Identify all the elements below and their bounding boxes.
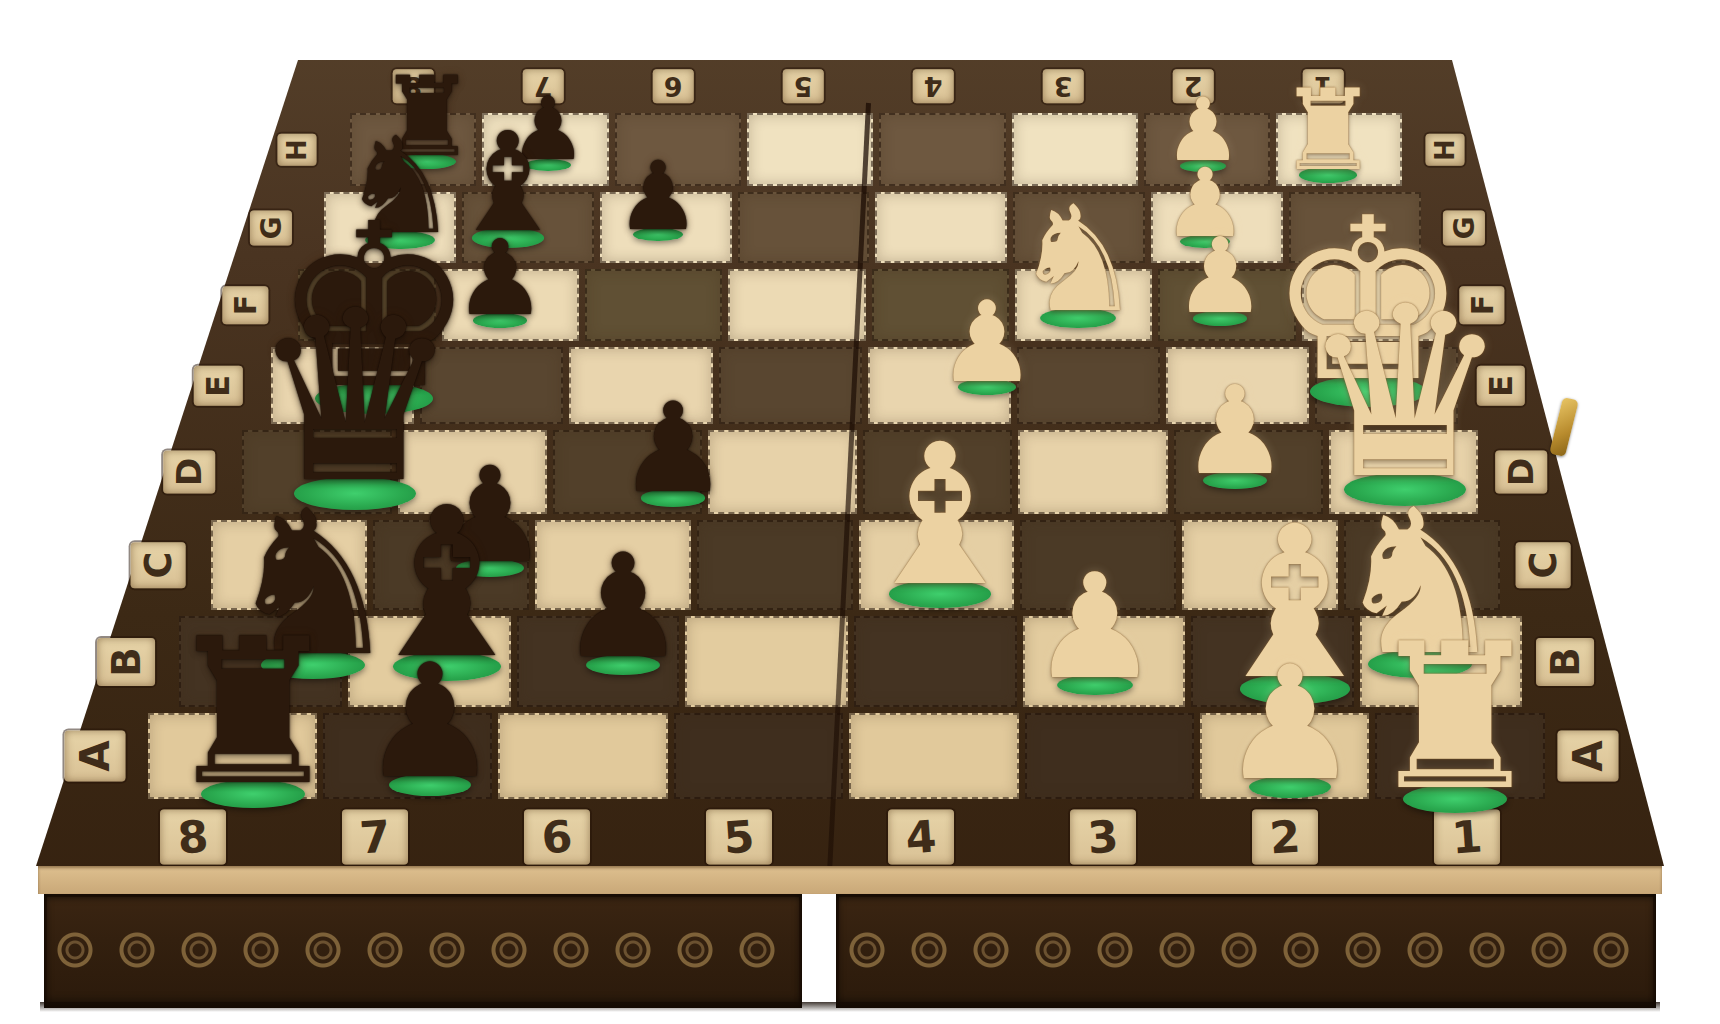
label-left-b: B xyxy=(104,647,149,676)
piece-white-pawn-e4[interactable]: ♟ xyxy=(931,286,1043,398)
label-top-6: 6 xyxy=(664,71,683,102)
label-left-h: H xyxy=(282,139,312,161)
square-h5[interactable] xyxy=(747,113,873,186)
square-b4[interactable] xyxy=(854,616,1017,707)
piece-black-pawn-d6[interactable]: ♟ xyxy=(611,386,735,510)
chess-set-photo: 8765432187654321HGFEDCBAHGFEDCBA ♜♟♟♜♟♝♞… xyxy=(0,0,1720,1024)
square-f6[interactable] xyxy=(585,269,722,341)
piece-black-pawn-a7[interactable]: ♟ xyxy=(352,643,509,800)
piece-white-bishop-c4[interactable]: ♝ xyxy=(843,418,1038,613)
piece-white-pawn-d2[interactable]: ♟ xyxy=(1174,370,1296,492)
square-h4[interactable] xyxy=(879,113,1005,186)
label-bottom-5: 5 xyxy=(722,810,756,863)
label-bottom-4: 4 xyxy=(904,810,938,863)
label-left-e: E xyxy=(199,374,237,396)
square-e5[interactable] xyxy=(719,347,862,424)
label-left-c: C xyxy=(137,552,180,579)
carved-apron-right xyxy=(836,894,1656,1008)
board-front-edge xyxy=(38,866,1662,894)
label-bottom-2: 2 xyxy=(1268,810,1302,863)
square-g4[interactable] xyxy=(875,192,1007,263)
label-top-4: 4 xyxy=(924,71,943,102)
piece-black-pawn-g6[interactable]: ♟ xyxy=(611,149,706,244)
carved-apron-left xyxy=(44,894,802,1008)
label-top-5: 5 xyxy=(794,71,813,102)
square-g5[interactable] xyxy=(738,192,870,263)
piece-black-rook-a8[interactable]: ♜ xyxy=(153,612,354,813)
label-bottom-3: 3 xyxy=(1086,810,1120,863)
label-left-d: D xyxy=(169,458,209,487)
label-right-c: C xyxy=(1521,552,1564,579)
label-bottom-6: 6 xyxy=(540,810,574,863)
label-bottom-7: 7 xyxy=(358,810,392,863)
square-a3[interactable] xyxy=(1025,713,1194,799)
label-top-3: 3 xyxy=(1054,71,1073,102)
piece-white-pawn-b3[interactable]: ♟ xyxy=(1023,554,1168,699)
label-left-a: A xyxy=(71,740,119,772)
square-c5[interactable] xyxy=(697,520,853,610)
piece-white-pawn-a2[interactable]: ♟ xyxy=(1212,645,1369,802)
square-b5[interactable] xyxy=(685,616,848,707)
label-right-a: A xyxy=(1564,740,1612,772)
square-f5[interactable] xyxy=(728,269,865,341)
piece-white-rook-a1[interactable]: ♜ xyxy=(1355,617,1556,818)
square-d3[interactable] xyxy=(1018,430,1167,514)
square-a4[interactable] xyxy=(849,713,1018,799)
label-right-h: H xyxy=(1430,139,1460,161)
apron-shadow xyxy=(40,1002,1660,1012)
piece-black-pawn-b6[interactable]: ♟ xyxy=(552,535,695,678)
square-a5[interactable] xyxy=(674,713,843,799)
square-a6[interactable] xyxy=(498,713,667,799)
